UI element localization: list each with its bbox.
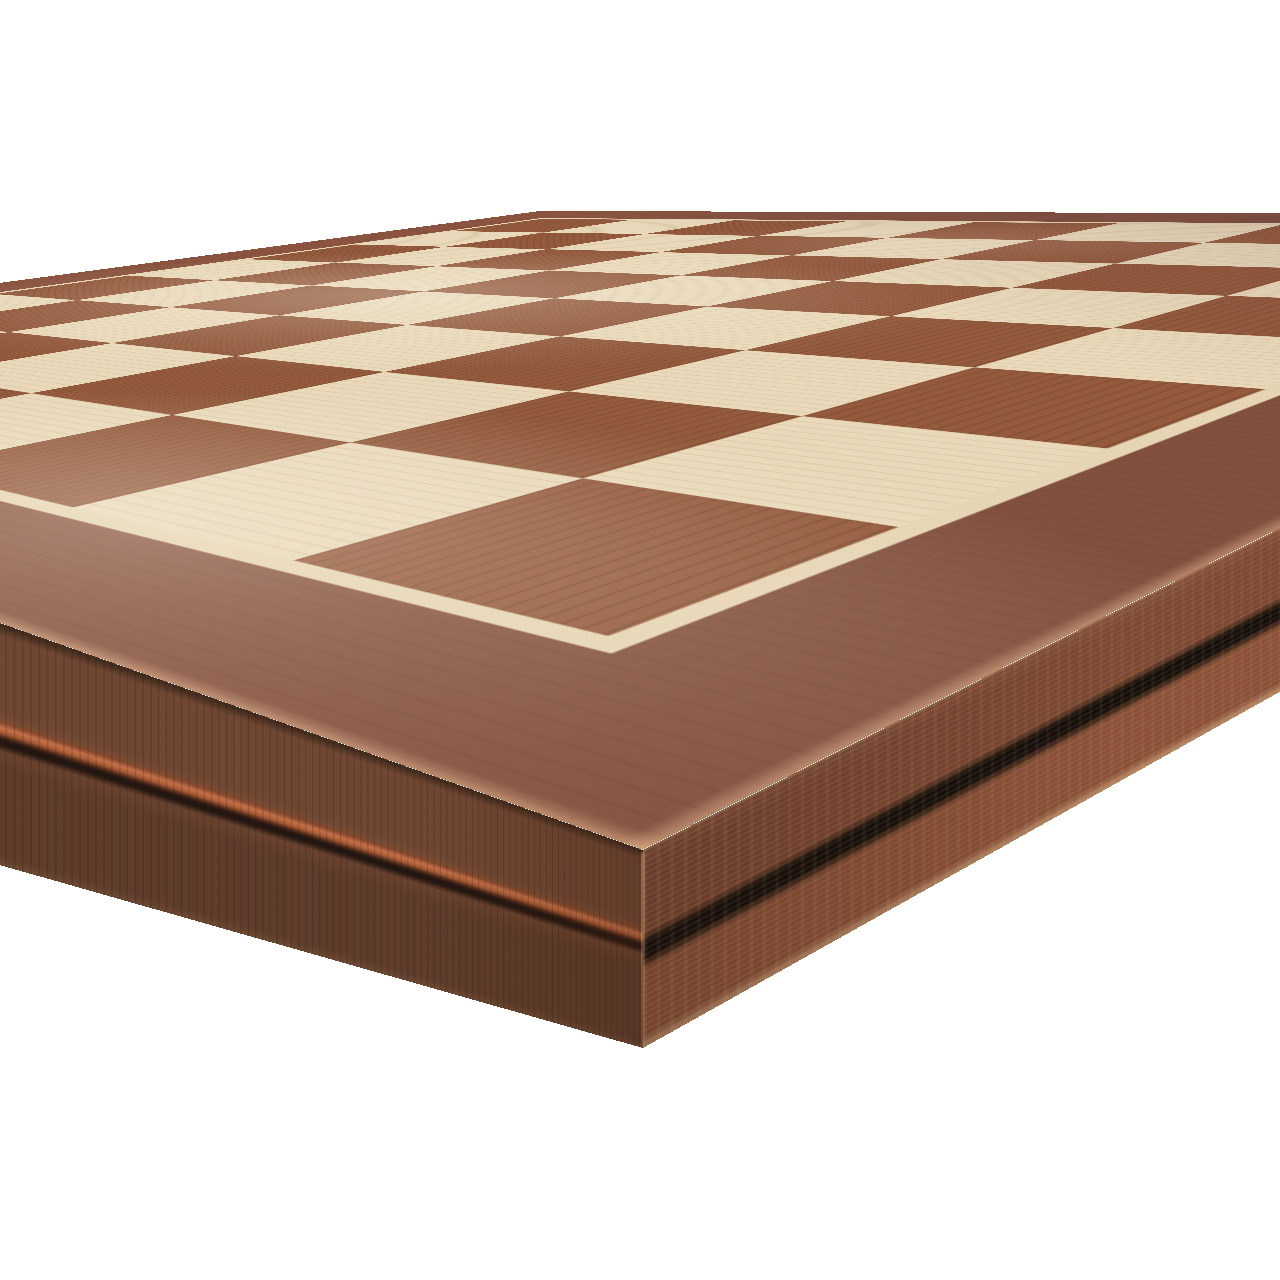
checkerboard — [0, 219, 1280, 636]
corner-edge-highlight — [641, 852, 645, 1048]
studio-background — [0, 0, 1280, 1280]
